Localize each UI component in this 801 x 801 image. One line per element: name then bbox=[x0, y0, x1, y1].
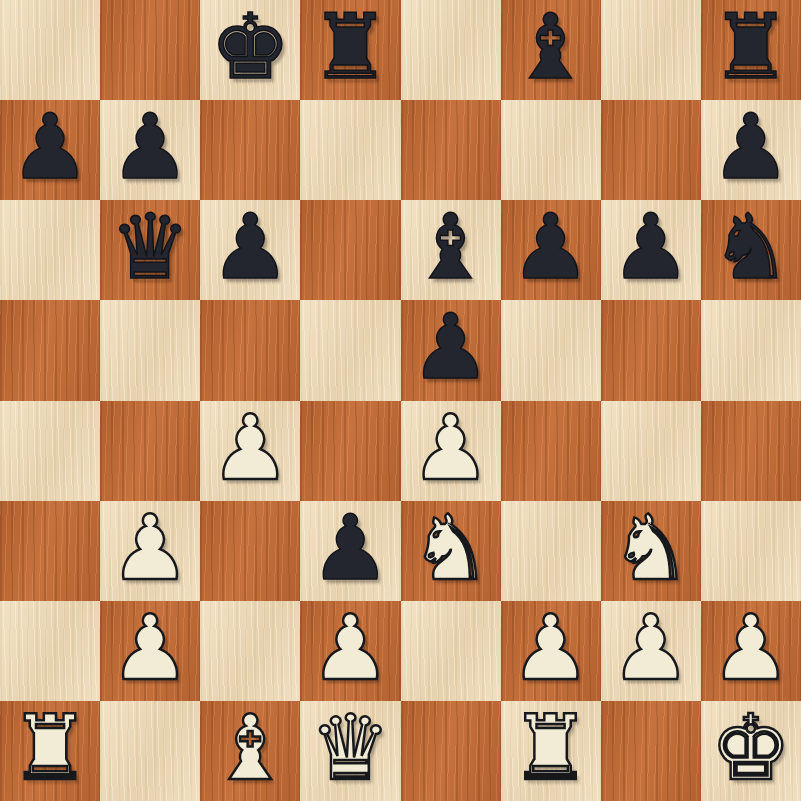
square-b6[interactable]: ♛ bbox=[100, 200, 200, 300]
black-pawn-piece[interactable]: ♟ bbox=[110, 102, 191, 192]
square-f4[interactable] bbox=[501, 401, 601, 501]
square-a6[interactable] bbox=[0, 200, 100, 300]
square-e5[interactable]: ♟ bbox=[401, 300, 501, 400]
square-e1[interactable] bbox=[401, 701, 501, 801]
square-g7[interactable] bbox=[601, 100, 701, 200]
square-g8[interactable] bbox=[601, 0, 701, 100]
square-g4[interactable] bbox=[601, 401, 701, 501]
square-g1[interactable] bbox=[601, 701, 701, 801]
white-queen-piece[interactable]: ♛ bbox=[310, 703, 391, 793]
square-a2[interactable] bbox=[0, 601, 100, 701]
square-b8[interactable] bbox=[100, 0, 200, 100]
square-g6[interactable]: ♟ bbox=[601, 200, 701, 300]
square-d1[interactable]: ♛ bbox=[300, 701, 400, 801]
chess-board: ♚♜♝♜♟♟♟♛♟♝♟♟♞♟♟♟♟♟♞♞♟♟♟♟♟♜♝♛♜♚ bbox=[0, 0, 801, 801]
square-f7[interactable] bbox=[501, 100, 601, 200]
black-bishop-piece[interactable]: ♝ bbox=[410, 202, 491, 292]
square-b1[interactable] bbox=[100, 701, 200, 801]
black-bishop-piece[interactable]: ♝ bbox=[510, 2, 591, 92]
black-pawn-piece[interactable]: ♟ bbox=[310, 503, 391, 593]
square-b2[interactable]: ♟ bbox=[100, 601, 200, 701]
square-g5[interactable] bbox=[601, 300, 701, 400]
white-pawn-piece[interactable]: ♟ bbox=[110, 603, 191, 693]
black-queen-piece[interactable]: ♛ bbox=[110, 202, 191, 292]
square-d8[interactable]: ♜ bbox=[300, 0, 400, 100]
white-pawn-piece[interactable]: ♟ bbox=[410, 403, 491, 493]
black-pawn-piece[interactable]: ♟ bbox=[10, 102, 91, 192]
square-h1[interactable]: ♚ bbox=[701, 701, 801, 801]
square-d6[interactable] bbox=[300, 200, 400, 300]
square-f2[interactable]: ♟ bbox=[501, 601, 601, 701]
square-c7[interactable] bbox=[200, 100, 300, 200]
square-f6[interactable]: ♟ bbox=[501, 200, 601, 300]
black-pawn-piece[interactable]: ♟ bbox=[610, 202, 691, 292]
black-pawn-piece[interactable]: ♟ bbox=[410, 302, 491, 392]
white-pawn-piece[interactable]: ♟ bbox=[711, 603, 792, 693]
square-e4[interactable]: ♟ bbox=[401, 401, 501, 501]
square-b5[interactable] bbox=[100, 300, 200, 400]
square-e2[interactable] bbox=[401, 601, 501, 701]
square-d5[interactable] bbox=[300, 300, 400, 400]
square-a4[interactable] bbox=[0, 401, 100, 501]
black-knight-piece[interactable]: ♞ bbox=[711, 202, 792, 292]
square-h6[interactable]: ♞ bbox=[701, 200, 801, 300]
square-f1[interactable]: ♜ bbox=[501, 701, 601, 801]
square-a1[interactable]: ♜ bbox=[0, 701, 100, 801]
square-c6[interactable]: ♟ bbox=[200, 200, 300, 300]
square-h2[interactable]: ♟ bbox=[701, 601, 801, 701]
white-knight-piece[interactable]: ♞ bbox=[410, 503, 491, 593]
white-pawn-piece[interactable]: ♟ bbox=[110, 503, 191, 593]
square-d7[interactable] bbox=[300, 100, 400, 200]
square-e8[interactable] bbox=[401, 0, 501, 100]
square-h7[interactable]: ♟ bbox=[701, 100, 801, 200]
square-e7[interactable] bbox=[401, 100, 501, 200]
square-c3[interactable] bbox=[200, 501, 300, 601]
white-pawn-piece[interactable]: ♟ bbox=[510, 603, 591, 693]
square-c5[interactable] bbox=[200, 300, 300, 400]
chess-board-container: ♚♜♝♜♟♟♟♛♟♝♟♟♞♟♟♟♟♟♞♞♟♟♟♟♟♜♝♛♜♚ bbox=[0, 0, 801, 801]
square-f3[interactable] bbox=[501, 501, 601, 601]
white-knight-piece[interactable]: ♞ bbox=[610, 503, 691, 593]
square-a8[interactable] bbox=[0, 0, 100, 100]
square-c2[interactable] bbox=[200, 601, 300, 701]
square-f8[interactable]: ♝ bbox=[501, 0, 601, 100]
black-pawn-piece[interactable]: ♟ bbox=[510, 202, 591, 292]
black-rook-piece[interactable]: ♜ bbox=[711, 2, 792, 92]
white-pawn-piece[interactable]: ♟ bbox=[310, 603, 391, 693]
square-a7[interactable]: ♟ bbox=[0, 100, 100, 200]
square-e6[interactable]: ♝ bbox=[401, 200, 501, 300]
square-d3[interactable]: ♟ bbox=[300, 501, 400, 601]
white-king-piece[interactable]: ♚ bbox=[711, 703, 792, 793]
square-c4[interactable]: ♟ bbox=[200, 401, 300, 501]
square-b7[interactable]: ♟ bbox=[100, 100, 200, 200]
square-c8[interactable]: ♚ bbox=[200, 0, 300, 100]
square-g2[interactable]: ♟ bbox=[601, 601, 701, 701]
square-h4[interactable] bbox=[701, 401, 801, 501]
square-c1[interactable]: ♝ bbox=[200, 701, 300, 801]
black-rook-piece[interactable]: ♜ bbox=[310, 2, 391, 92]
square-f5[interactable] bbox=[501, 300, 601, 400]
white-rook-piece[interactable]: ♜ bbox=[510, 703, 591, 793]
square-a5[interactable] bbox=[0, 300, 100, 400]
square-h3[interactable] bbox=[701, 501, 801, 601]
square-h5[interactable] bbox=[701, 300, 801, 400]
square-d2[interactable]: ♟ bbox=[300, 601, 400, 701]
white-pawn-piece[interactable]: ♟ bbox=[610, 603, 691, 693]
white-pawn-piece[interactable]: ♟ bbox=[210, 403, 291, 493]
square-b4[interactable] bbox=[100, 401, 200, 501]
white-rook-piece[interactable]: ♜ bbox=[10, 703, 91, 793]
black-king-piece[interactable]: ♚ bbox=[210, 2, 291, 92]
white-bishop-piece[interactable]: ♝ bbox=[210, 703, 291, 793]
square-e3[interactable]: ♞ bbox=[401, 501, 501, 601]
black-pawn-piece[interactable]: ♟ bbox=[711, 102, 792, 192]
square-d4[interactable] bbox=[300, 401, 400, 501]
square-g3[interactable]: ♞ bbox=[601, 501, 701, 601]
square-h8[interactable]: ♜ bbox=[701, 0, 801, 100]
black-pawn-piece[interactable]: ♟ bbox=[210, 202, 291, 292]
square-b3[interactable]: ♟ bbox=[100, 501, 200, 601]
square-a3[interactable] bbox=[0, 501, 100, 601]
